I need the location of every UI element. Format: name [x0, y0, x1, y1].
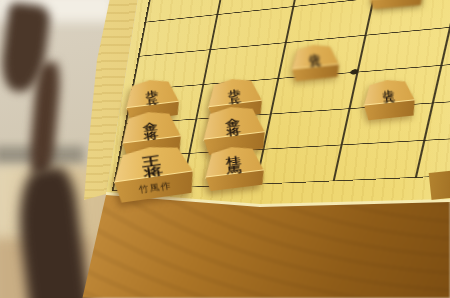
piece-kanji: 歩兵: [144, 90, 159, 106]
piece-knight-f2-r1: 桂馬: [201, 143, 268, 191]
piece-pawn-f3-r4: 歩兵: [288, 42, 341, 81]
piece-partial-right-edge: [429, 169, 450, 200]
piece-kanji: 歩兵: [227, 89, 242, 105]
king-maker-signature: 竹風作: [138, 179, 172, 196]
piece-pawn-f4-r3: 歩兵: [360, 77, 418, 120]
piece-kanji: 王将: [141, 155, 164, 179]
piece-kanji: 歩兵: [308, 54, 322, 69]
piece-kanji: 歩兵: [382, 90, 396, 105]
shogi-board-photo: 歩兵 歩兵 歩兵 歩兵 金将 金将 桂馬 王将 竹風作: [0, 0, 450, 298]
piece-kanji: 桂馬: [225, 157, 243, 176]
piece-kanji: 金将: [142, 123, 160, 142]
piece-kanji: 金将: [224, 119, 242, 138]
